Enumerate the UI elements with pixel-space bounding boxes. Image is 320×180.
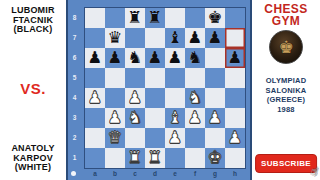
file-label-c: c: [125, 168, 145, 179]
piece-black-r-c8: ♜: [128, 8, 143, 28]
square-a5: [85, 68, 105, 88]
square-g8: ♚: [205, 8, 225, 28]
piece-black-p-a6: ♟: [88, 48, 103, 68]
square-d7: [145, 28, 165, 48]
piece-white-r-c1: ♜: [128, 148, 143, 168]
square-e8: [165, 8, 185, 28]
chess-board: ♜♜♚♛♝♟♟♟♟♞♟♟♞♟♟♟♞♟♞♝♟♟♛♟♟♜♜♚: [85, 8, 245, 168]
square-f6: ♞: [185, 48, 205, 68]
rank-label-3: 3: [67, 108, 82, 128]
piece-white-p-h2: ♟: [228, 128, 243, 148]
square-a7: [85, 28, 105, 48]
file-labels: abcdefgh: [85, 168, 245, 179]
brand-line2: GYM: [252, 16, 320, 28]
event-line2: SALONIKA: [252, 86, 320, 96]
right-panel: CHESS GYM ♚ OLYMPIAD SALONIKA (GREECE) 1…: [252, 0, 320, 180]
square-f3: ♟: [185, 108, 205, 128]
square-h7: [225, 28, 245, 48]
piece-white-r-d1: ♜: [148, 148, 163, 168]
piece-black-r-d8: ♜: [148, 8, 163, 28]
square-f4: ♞: [185, 88, 205, 108]
piece-white-b-e3: ♝: [168, 108, 183, 128]
square-g7: ♟: [205, 28, 225, 48]
rank-label-7: 7: [67, 28, 82, 48]
square-e1: [165, 148, 185, 168]
square-d3: [145, 108, 165, 128]
piece-black-p-f7: ♟: [188, 28, 203, 48]
square-b8: [105, 8, 125, 28]
piece-black-p-b6: ♟: [108, 48, 123, 68]
square-h8: [225, 8, 245, 28]
square-a1: [85, 148, 105, 168]
file-label-g: g: [205, 168, 225, 179]
square-c2: [125, 128, 145, 148]
square-h6: ♟: [225, 48, 245, 68]
square-h4: [225, 88, 245, 108]
piece-black-p-d6: ♟: [148, 48, 163, 68]
rank-label-6: 6: [67, 48, 82, 68]
square-c3: ♞: [125, 108, 145, 128]
left-panel: LUBOMIR FTACNIK (BLACK) VS. ANATOLY KARP…: [0, 0, 66, 180]
piece-black-p-h6: ♟: [228, 48, 243, 68]
rank-label-5: 5: [67, 68, 82, 88]
piece-black-p-e6: ♟: [168, 48, 183, 68]
file-label-d: d: [145, 168, 165, 179]
piece-white-p-a4: ♟: [88, 88, 103, 108]
event-info: OLYMPIAD SALONIKA (GREECE) 1988: [252, 76, 320, 114]
white-player-name: ANATOLY KARPOV (WHITE): [0, 144, 66, 173]
video-thumbnail: LUBOMIR FTACNIK (BLACK) VS. ANATOLY KARP…: [0, 0, 320, 180]
square-c5: [125, 68, 145, 88]
rank-labels: 87654321: [67, 8, 82, 168]
square-b6: ♟: [105, 48, 125, 68]
square-b5: [105, 68, 125, 88]
piece-white-p-c4: ♟: [128, 88, 143, 108]
square-h3: [225, 108, 245, 128]
square-h5: [225, 68, 245, 88]
piece-white-n-c3: ♞: [128, 108, 143, 128]
square-a4: ♟: [85, 88, 105, 108]
square-g3: ♟: [205, 108, 225, 128]
square-e7: ♝: [165, 28, 185, 48]
square-a2: [85, 128, 105, 148]
white-player-line3: (WHITE): [0, 163, 66, 173]
square-b2: ♛: [105, 128, 125, 148]
file-label-h: h: [225, 168, 245, 179]
piece-black-q-b7: ♛: [108, 28, 123, 48]
file-label-a: a: [85, 168, 105, 179]
square-b3: ♟: [105, 108, 125, 128]
square-f5: [185, 68, 205, 88]
piece-white-p-b3: ♟: [108, 108, 123, 128]
square-d5: [145, 68, 165, 88]
piece-black-k-g8: ♚: [208, 8, 223, 28]
square-a6: ♟: [85, 48, 105, 68]
channel-brand: CHESS GYM: [252, 4, 320, 27]
square-g1: ♚: [205, 148, 225, 168]
square-d8: ♜: [145, 8, 165, 28]
vs-label: VS.: [0, 80, 66, 97]
square-a8: [85, 8, 105, 28]
square-h1: [225, 148, 245, 168]
subscribe-button[interactable]: SUBSCRIBE: [255, 154, 317, 173]
file-label-e: e: [165, 168, 185, 179]
file-label-b: b: [105, 168, 125, 179]
square-e3: ♝: [165, 108, 185, 128]
square-e2: ♟: [165, 128, 185, 148]
square-d6: ♟: [145, 48, 165, 68]
square-c8: ♜: [125, 8, 145, 28]
event-line4: 1988: [252, 105, 320, 115]
chess-king-logo-icon: ♚: [269, 30, 303, 64]
square-b7: ♛: [105, 28, 125, 48]
rank-label-8: 8: [67, 8, 82, 28]
square-f2: [185, 128, 205, 148]
square-c1: ♜: [125, 148, 145, 168]
square-f7: ♟: [185, 28, 205, 48]
square-h2: ♟: [225, 128, 245, 148]
file-label-f: f: [185, 168, 205, 179]
square-a3: [85, 108, 105, 128]
square-d4: [145, 88, 165, 108]
piece-black-n-f6: ♞: [188, 48, 203, 68]
piece-white-p-f3: ♟: [188, 108, 203, 128]
black-player-name: LUBOMIR FTACNIK (BLACK): [0, 6, 66, 35]
square-c4: ♟: [125, 88, 145, 108]
square-f8: [185, 8, 205, 28]
event-line3: (GREECE): [252, 95, 320, 105]
square-g6: [205, 48, 225, 68]
event-line1: OLYMPIAD: [252, 76, 320, 86]
square-g2: [205, 128, 225, 148]
rank-label-1: 1: [67, 148, 82, 168]
piece-white-q-b2: ♛: [108, 128, 123, 148]
square-d1: ♜: [145, 148, 165, 168]
square-e4: [165, 88, 185, 108]
square-b1: [105, 148, 125, 168]
piece-white-p-e2: ♟: [168, 128, 183, 148]
corner-dot: [71, 171, 76, 176]
square-d2: [145, 128, 165, 148]
square-b4: [105, 88, 125, 108]
square-f1: [185, 148, 205, 168]
piece-black-p-g7: ♟: [208, 28, 223, 48]
piece-white-n-f4: ♞: [188, 88, 203, 108]
square-c6: ♞: [125, 48, 145, 68]
piece-white-k-g1: ♚: [208, 148, 223, 168]
piece-black-n-c6: ♞: [128, 48, 143, 68]
rank-label-2: 2: [67, 128, 82, 148]
rank-label-4: 4: [67, 88, 82, 108]
square-g4: [205, 88, 225, 108]
square-e5: [165, 68, 185, 88]
black-player-line3: (BLACK): [0, 25, 66, 35]
square-g5: [205, 68, 225, 88]
piece-black-b-e7: ♝: [168, 28, 183, 48]
square-e6: ♟: [165, 48, 185, 68]
square-c7: [125, 28, 145, 48]
piece-white-p-g3: ♟: [208, 108, 223, 128]
